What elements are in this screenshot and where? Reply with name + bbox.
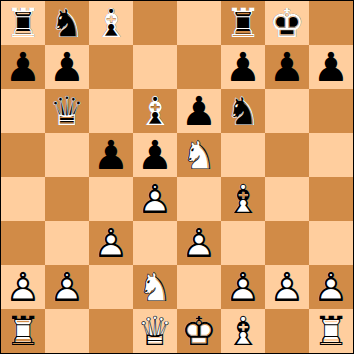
square-a4[interactable]: [1, 177, 45, 221]
white-pawn-glyph-outline: ♙: [89, 221, 133, 265]
square-b6[interactable]: ♛♕: [45, 89, 89, 133]
square-h6[interactable]: [309, 89, 353, 133]
square-e1[interactable]: ♚♔: [177, 309, 221, 353]
square-e4[interactable]: [177, 177, 221, 221]
square-b3[interactable]: [45, 221, 89, 265]
piece-white-queen[interactable]: ♛♕: [133, 309, 177, 353]
square-a3[interactable]: [1, 221, 45, 265]
piece-black-bishop[interactable]: ♝♗: [133, 89, 177, 133]
black-rook-glyph-outline: ♖: [1, 1, 45, 45]
white-pawn-glyph-fill: ♟: [177, 221, 221, 265]
white-bishop-glyph-outline: ♗: [221, 177, 265, 221]
square-e5[interactable]: ♞♘: [177, 133, 221, 177]
piece-black-knight[interactable]: ♞♘: [221, 89, 265, 133]
square-b4[interactable]: [45, 177, 89, 221]
white-pawn-glyph-fill: ♟: [309, 265, 353, 309]
piece-black-bishop[interactable]: ♝♗: [89, 1, 133, 45]
square-a8[interactable]: ♜♖: [1, 1, 45, 45]
piece-white-knight[interactable]: ♞♘: [133, 265, 177, 309]
square-d8[interactable]: [133, 1, 177, 45]
square-g5[interactable]: [265, 133, 309, 177]
white-bishop-glyph-outline: ♗: [221, 309, 265, 353]
square-d1[interactable]: ♛♕: [133, 309, 177, 353]
piece-black-pawn[interactable]: ♟: [177, 89, 221, 133]
black-king-glyph-fill: ♚: [265, 1, 309, 45]
piece-white-rook[interactable]: ♜♖: [309, 309, 353, 353]
black-knight-glyph-fill: ♞: [221, 89, 265, 133]
white-pawn-glyph-outline: ♙: [265, 265, 309, 309]
white-bishop-glyph-fill: ♝: [221, 177, 265, 221]
square-f7[interactable]: ♟: [221, 45, 265, 89]
white-knight-glyph-fill: ♞: [177, 133, 221, 177]
black-bishop-glyph-outline: ♗: [133, 89, 177, 133]
black-queen-glyph-outline: ♕: [45, 89, 89, 133]
black-rook-glyph-outline: ♖: [221, 1, 265, 45]
square-a1[interactable]: ♜♖: [1, 309, 45, 353]
square-d3[interactable]: [133, 221, 177, 265]
white-pawn-glyph-outline: ♙: [309, 265, 353, 309]
white-rook-glyph-fill: ♜: [309, 309, 353, 353]
white-pawn-glyph-outline: ♙: [177, 221, 221, 265]
square-b7[interactable]: ♟: [45, 45, 89, 89]
black-queen-glyph-fill: ♛: [45, 89, 89, 133]
black-pawn-glyph-fill: ♟: [1, 45, 45, 89]
square-f5[interactable]: [221, 133, 265, 177]
white-rook-glyph-outline: ♖: [309, 309, 353, 353]
square-e8[interactable]: [177, 1, 221, 45]
black-rook-glyph-fill: ♜: [1, 1, 45, 45]
square-e6[interactable]: ♟: [177, 89, 221, 133]
white-pawn-glyph-fill: ♟: [221, 265, 265, 309]
square-b1[interactable]: [45, 309, 89, 353]
square-d2[interactable]: ♞♘: [133, 265, 177, 309]
square-b8[interactable]: ♞♘: [45, 1, 89, 45]
square-g6[interactable]: [265, 89, 309, 133]
white-pawn-glyph-outline: ♙: [221, 265, 265, 309]
piece-white-bishop[interactable]: ♝♗: [221, 177, 265, 221]
square-e3[interactable]: ♟♙: [177, 221, 221, 265]
white-pawn-glyph-outline: ♙: [133, 177, 177, 221]
square-h8[interactable]: [309, 1, 353, 45]
piece-black-pawn[interactable]: ♟: [45, 45, 89, 89]
white-queen-glyph-fill: ♛: [133, 309, 177, 353]
square-h4[interactable]: [309, 177, 353, 221]
piece-white-pawn[interactable]: ♟♙: [265, 265, 309, 309]
white-pawn-glyph-fill: ♟: [89, 221, 133, 265]
piece-black-pawn[interactable]: ♟: [309, 45, 353, 89]
square-f6[interactable]: ♞♘: [221, 89, 265, 133]
piece-white-pawn[interactable]: ♟♙: [1, 265, 45, 309]
piece-black-pawn[interactable]: ♟: [133, 133, 177, 177]
white-rook-glyph-outline: ♖: [1, 309, 45, 353]
square-a5[interactable]: [1, 133, 45, 177]
square-f2[interactable]: ♟♙: [221, 265, 265, 309]
piece-white-pawn[interactable]: ♟♙: [177, 221, 221, 265]
square-c6[interactable]: [89, 89, 133, 133]
square-a2[interactable]: ♟♙: [1, 265, 45, 309]
white-bishop-glyph-fill: ♝: [221, 309, 265, 353]
square-d6[interactable]: ♝♗: [133, 89, 177, 133]
black-pawn-glyph-fill: ♟: [221, 45, 265, 89]
white-rook-glyph-fill: ♜: [1, 309, 45, 353]
square-f4[interactable]: ♝♗: [221, 177, 265, 221]
piece-white-pawn[interactable]: ♟♙: [133, 177, 177, 221]
piece-white-bishop[interactable]: ♝♗: [221, 309, 265, 353]
white-knight-glyph-outline: ♘: [177, 133, 221, 177]
black-king-glyph-outline: ♔: [265, 1, 309, 45]
black-pawn-glyph-fill: ♟: [45, 45, 89, 89]
piece-black-pawn[interactable]: ♟: [89, 133, 133, 177]
white-queen-glyph-outline: ♕: [133, 309, 177, 353]
square-g1[interactable]: [265, 309, 309, 353]
white-pawn-glyph-outline: ♙: [45, 265, 89, 309]
black-pawn-glyph-fill: ♟: [133, 133, 177, 177]
white-pawn-glyph-fill: ♟: [45, 265, 89, 309]
white-king-glyph-outline: ♔: [177, 309, 221, 353]
chess-board: ♜♖♞♘♝♗♜♖♚♔♟♟♟♟♟♛♕♝♗♟♞♘♟♟♞♘♟♙♝♗♟♙♟♙♟♙♟♙♞♘…: [1, 1, 353, 353]
square-d5[interactable]: ♟: [133, 133, 177, 177]
square-a7[interactable]: ♟: [1, 45, 45, 89]
square-d4[interactable]: ♟♙: [133, 177, 177, 221]
square-g8[interactable]: ♚♔: [265, 1, 309, 45]
white-pawn-glyph-fill: ♟: [1, 265, 45, 309]
piece-black-queen[interactable]: ♛♕: [45, 89, 89, 133]
square-g2[interactable]: ♟♙: [265, 265, 309, 309]
black-bishop-glyph-outline: ♗: [89, 1, 133, 45]
white-king-glyph-fill: ♚: [177, 309, 221, 353]
piece-black-knight[interactable]: ♞♘: [45, 1, 89, 45]
black-pawn-glyph-fill: ♟: [177, 89, 221, 133]
square-e7[interactable]: [177, 45, 221, 89]
square-c5[interactable]: ♟: [89, 133, 133, 177]
square-c4[interactable]: [89, 177, 133, 221]
white-pawn-glyph-outline: ♙: [1, 265, 45, 309]
square-h2[interactable]: ♟♙: [309, 265, 353, 309]
white-knight-glyph-outline: ♘: [133, 265, 177, 309]
square-b5[interactable]: [45, 133, 89, 177]
square-g4[interactable]: [265, 177, 309, 221]
square-c7[interactable]: [89, 45, 133, 89]
square-f3[interactable]: [221, 221, 265, 265]
black-bishop-glyph-fill: ♝: [89, 1, 133, 45]
square-g3[interactable]: [265, 221, 309, 265]
black-knight-glyph-outline: ♘: [221, 89, 265, 133]
piece-black-rook[interactable]: ♜♖: [221, 1, 265, 45]
black-knight-glyph-fill: ♞: [45, 1, 89, 45]
piece-white-pawn[interactable]: ♟♙: [89, 221, 133, 265]
black-bishop-glyph-fill: ♝: [133, 89, 177, 133]
white-pawn-glyph-fill: ♟: [133, 177, 177, 221]
piece-white-king[interactable]: ♚♔: [177, 309, 221, 353]
square-c2[interactable]: [89, 265, 133, 309]
piece-black-rook[interactable]: ♜♖: [1, 1, 45, 45]
piece-white-pawn[interactable]: ♟♙: [221, 265, 265, 309]
piece-black-pawn[interactable]: ♟: [1, 45, 45, 89]
square-c3[interactable]: ♟♙: [89, 221, 133, 265]
square-c8[interactable]: ♝♗: [89, 1, 133, 45]
square-a6[interactable]: [1, 89, 45, 133]
black-rook-glyph-fill: ♜: [221, 1, 265, 45]
piece-black-king[interactable]: ♚♔: [265, 1, 309, 45]
square-c1[interactable]: [89, 309, 133, 353]
square-e2[interactable]: [177, 265, 221, 309]
white-pawn-glyph-fill: ♟: [265, 265, 309, 309]
square-h5[interactable]: [309, 133, 353, 177]
board-frame: ♜♖♞♘♝♗♜♖♚♔♟♟♟♟♟♛♕♝♗♟♞♘♟♟♞♘♟♙♝♗♟♙♟♙♟♙♟♙♞♘…: [0, 0, 354, 354]
black-pawn-glyph-fill: ♟: [309, 45, 353, 89]
piece-white-pawn[interactable]: ♟♙: [45, 265, 89, 309]
square-d7[interactable]: [133, 45, 177, 89]
piece-white-rook[interactable]: ♜♖: [1, 309, 45, 353]
black-knight-glyph-outline: ♘: [45, 1, 89, 45]
square-h1[interactable]: ♜♖: [309, 309, 353, 353]
piece-white-knight[interactable]: ♞♘: [177, 133, 221, 177]
black-pawn-glyph-fill: ♟: [265, 45, 309, 89]
square-h7[interactable]: ♟: [309, 45, 353, 89]
piece-black-pawn[interactable]: ♟: [221, 45, 265, 89]
square-f1[interactable]: ♝♗: [221, 309, 265, 353]
white-knight-glyph-fill: ♞: [133, 265, 177, 309]
black-pawn-glyph-fill: ♟: [89, 133, 133, 177]
square-b2[interactable]: ♟♙: [45, 265, 89, 309]
square-f8[interactable]: ♜♖: [221, 1, 265, 45]
square-g7[interactable]: ♟: [265, 45, 309, 89]
square-h3[interactable]: [309, 221, 353, 265]
piece-black-pawn[interactable]: ♟: [265, 45, 309, 89]
piece-white-pawn[interactable]: ♟♙: [309, 265, 353, 309]
